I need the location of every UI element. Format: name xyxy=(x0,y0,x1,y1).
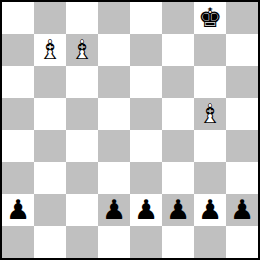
square-c8[interactable] xyxy=(66,2,98,34)
square-g6[interactable] xyxy=(194,66,226,98)
square-a8[interactable] xyxy=(2,2,34,34)
black-pawn[interactable]: ♟ xyxy=(130,194,162,226)
square-d4[interactable] xyxy=(98,130,130,162)
square-c3[interactable] xyxy=(66,162,98,194)
square-f6[interactable] xyxy=(162,66,194,98)
black-pawn-glyph: ♟ xyxy=(2,194,34,226)
square-a4[interactable] xyxy=(2,130,34,162)
square-h8[interactable] xyxy=(226,2,258,34)
black-pawn-glyph: ♟ xyxy=(194,194,226,226)
square-e2[interactable]: ♟ xyxy=(130,194,162,226)
square-c5[interactable] xyxy=(66,98,98,130)
square-h3[interactable] xyxy=(226,162,258,194)
square-h1[interactable] xyxy=(226,226,258,258)
square-g8[interactable]: ♚ xyxy=(194,2,226,34)
square-h5[interactable] xyxy=(226,98,258,130)
black-pawn-glyph: ♟ xyxy=(130,194,162,226)
black-pawn[interactable]: ♟ xyxy=(98,194,130,226)
square-b7[interactable]: ♝♗ xyxy=(34,34,66,66)
square-h4[interactable] xyxy=(226,130,258,162)
square-a7[interactable] xyxy=(2,34,34,66)
square-d3[interactable] xyxy=(98,162,130,194)
square-d7[interactable] xyxy=(98,34,130,66)
square-g3[interactable] xyxy=(194,162,226,194)
chess-board-frame: ♚♝♗♝♗♝♗♟♟♟♟♟♟ xyxy=(0,0,260,260)
square-g2[interactable]: ♟ xyxy=(194,194,226,226)
square-e7[interactable] xyxy=(130,34,162,66)
square-f1[interactable] xyxy=(162,226,194,258)
black-pawn-glyph: ♟ xyxy=(162,194,194,226)
square-c1[interactable] xyxy=(66,226,98,258)
square-c4[interactable] xyxy=(66,130,98,162)
black-pawn[interactable]: ♟ xyxy=(194,194,226,226)
square-d1[interactable] xyxy=(98,226,130,258)
square-f7[interactable] xyxy=(162,34,194,66)
square-f8[interactable] xyxy=(162,2,194,34)
square-b8[interactable] xyxy=(34,2,66,34)
black-pawn[interactable]: ♟ xyxy=(162,194,194,226)
square-a5[interactable] xyxy=(2,98,34,130)
square-b5[interactable] xyxy=(34,98,66,130)
square-f2[interactable]: ♟ xyxy=(162,194,194,226)
square-b4[interactable] xyxy=(34,130,66,162)
square-e3[interactable] xyxy=(130,162,162,194)
black-king[interactable]: ♚ xyxy=(194,2,226,34)
square-b2[interactable] xyxy=(34,194,66,226)
square-a3[interactable] xyxy=(2,162,34,194)
square-a6[interactable] xyxy=(2,66,34,98)
white-bishop-glyph: ♗ xyxy=(194,98,226,130)
black-pawn[interactable]: ♟ xyxy=(2,194,34,226)
square-g1[interactable] xyxy=(194,226,226,258)
square-c6[interactable] xyxy=(66,66,98,98)
white-bishop[interactable]: ♝♗ xyxy=(34,34,66,66)
black-pawn[interactable]: ♟ xyxy=(226,194,258,226)
white-bishop[interactable]: ♝♗ xyxy=(194,98,226,130)
square-e6[interactable] xyxy=(130,66,162,98)
square-g7[interactable] xyxy=(194,34,226,66)
square-f3[interactable] xyxy=(162,162,194,194)
square-d5[interactable] xyxy=(98,98,130,130)
square-f4[interactable] xyxy=(162,130,194,162)
square-c2[interactable] xyxy=(66,194,98,226)
square-e4[interactable] xyxy=(130,130,162,162)
square-a2[interactable]: ♟ xyxy=(2,194,34,226)
square-d6[interactable] xyxy=(98,66,130,98)
square-e1[interactable] xyxy=(130,226,162,258)
square-f5[interactable] xyxy=(162,98,194,130)
square-g5[interactable]: ♝♗ xyxy=(194,98,226,130)
square-g4[interactable] xyxy=(194,130,226,162)
chess-board: ♚♝♗♝♗♝♗♟♟♟♟♟♟ xyxy=(2,2,258,258)
square-b1[interactable] xyxy=(34,226,66,258)
square-b6[interactable] xyxy=(34,66,66,98)
square-e8[interactable] xyxy=(130,2,162,34)
square-h6[interactable] xyxy=(226,66,258,98)
white-bishop-glyph: ♗ xyxy=(34,34,66,66)
square-e5[interactable] xyxy=(130,98,162,130)
black-pawn-glyph: ♟ xyxy=(98,194,130,226)
square-h2[interactable]: ♟ xyxy=(226,194,258,226)
square-d2[interactable]: ♟ xyxy=(98,194,130,226)
square-h7[interactable] xyxy=(226,34,258,66)
black-king-glyph: ♚ xyxy=(194,2,226,34)
square-a1[interactable] xyxy=(2,226,34,258)
square-b3[interactable] xyxy=(34,162,66,194)
square-d8[interactable] xyxy=(98,2,130,34)
square-c7[interactable]: ♝♗ xyxy=(66,34,98,66)
white-bishop-glyph: ♗ xyxy=(66,34,98,66)
black-pawn-glyph: ♟ xyxy=(226,194,258,226)
white-bishop[interactable]: ♝♗ xyxy=(66,34,98,66)
